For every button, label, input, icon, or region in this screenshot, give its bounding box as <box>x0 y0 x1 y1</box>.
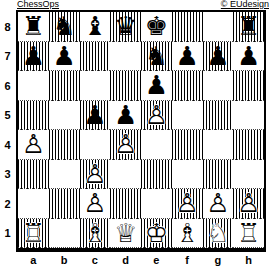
black-piece-glyph: ♟ <box>172 42 203 71</box>
rank-labels: 87654321 <box>0 12 15 248</box>
piece-black-knight[interactable]: ♞ <box>49 12 80 41</box>
rank-label-7: 7 <box>0 42 15 72</box>
white-piece-outline: ♙ <box>141 101 172 130</box>
square-a5[interactable] <box>18 101 49 131</box>
square-g5[interactable] <box>203 101 234 131</box>
square-c3[interactable]: ♟♙ <box>80 160 111 190</box>
black-piece-glyph: ♟ <box>80 101 111 130</box>
square-e6[interactable]: ♟ <box>141 71 172 101</box>
piece-white-rook[interactable]: ♜♖ <box>233 219 264 248</box>
white-piece-outline: ♗ <box>80 219 111 248</box>
square-f2[interactable]: ♟♙ <box>172 189 203 219</box>
file-label-e: e <box>141 252 172 268</box>
piece-black-pawn[interactable]: ♟ <box>18 42 49 71</box>
square-d8[interactable]: ♛ <box>110 12 141 42</box>
square-b7[interactable]: ♟ <box>49 42 80 72</box>
white-piece-outline: ♗ <box>172 219 203 248</box>
white-piece-outline: ♙ <box>80 189 111 218</box>
black-piece-glyph: ♜ <box>233 12 264 41</box>
square-h3[interactable] <box>233 160 264 190</box>
square-e5[interactable]: ♟♙ <box>141 101 172 131</box>
square-e2[interactable] <box>141 189 172 219</box>
piece-white-rook[interactable]: ♜♖ <box>18 219 49 248</box>
white-piece-outline: ♙ <box>80 160 111 189</box>
square-a4[interactable]: ♟♙ <box>18 130 49 160</box>
piece-black-pawn[interactable]: ♟ <box>141 71 172 100</box>
square-h2[interactable]: ♟♙ <box>233 189 264 219</box>
white-piece-outline: ♙ <box>172 189 203 218</box>
square-d5[interactable]: ♟ <box>110 101 141 131</box>
piece-white-bishop[interactable]: ♝♗ <box>172 219 203 248</box>
piece-black-pawn[interactable]: ♟ <box>49 42 80 71</box>
file-labels: abcdefgh <box>18 252 264 268</box>
piece-black-king[interactable]: ♚ <box>141 12 172 41</box>
square-g3[interactable] <box>203 160 234 190</box>
piece-white-pawn[interactable]: ♟♙ <box>80 189 111 218</box>
black-piece-glyph: ♞ <box>141 42 172 71</box>
square-e1[interactable]: ♚♔ <box>141 219 172 249</box>
square-b8[interactable]: ♞ <box>49 12 80 42</box>
square-b5[interactable] <box>49 101 80 131</box>
square-b6[interactable] <box>49 71 80 101</box>
file-label-c: c <box>80 252 111 268</box>
square-e8[interactable]: ♚ <box>141 12 172 42</box>
square-h8[interactable]: ♜ <box>233 12 264 42</box>
square-c4[interactable] <box>80 130 111 160</box>
white-piece-outline: ♙ <box>203 189 234 218</box>
credit-text: © EUdesign <box>221 0 269 9</box>
piece-black-rook[interactable]: ♜ <box>233 12 264 41</box>
piece-white-pawn[interactable]: ♟♙ <box>172 189 203 218</box>
square-c6[interactable] <box>80 71 111 101</box>
square-a6[interactable] <box>18 71 49 101</box>
square-a7[interactable]: ♟ <box>18 42 49 72</box>
square-h1[interactable]: ♜♖ <box>233 219 264 249</box>
piece-white-knight[interactable]: ♞♘ <box>203 219 234 248</box>
square-a3[interactable] <box>18 160 49 190</box>
square-h6[interactable] <box>233 71 264 101</box>
piece-black-pawn[interactable]: ♟ <box>172 42 203 71</box>
piece-white-pawn[interactable]: ♟♙ <box>18 130 49 159</box>
square-f6[interactable] <box>172 71 203 101</box>
square-e4[interactable] <box>141 130 172 160</box>
file-label-h: h <box>233 252 264 268</box>
square-d1[interactable]: ♛♕ <box>110 219 141 249</box>
piece-black-pawn[interactable]: ♟ <box>203 42 234 71</box>
square-f1[interactable]: ♝♗ <box>172 219 203 249</box>
piece-black-pawn[interactable]: ♟ <box>110 101 141 130</box>
piece-black-bishop[interactable]: ♝ <box>80 12 111 41</box>
piece-white-pawn[interactable]: ♟♙ <box>80 160 111 189</box>
square-c2[interactable]: ♟♙ <box>80 189 111 219</box>
file-label-d: d <box>110 252 141 268</box>
square-h5[interactable] <box>233 101 264 131</box>
square-a8[interactable]: ♜ <box>18 12 49 42</box>
square-c5[interactable]: ♟ <box>80 101 111 131</box>
piece-black-pawn[interactable]: ♟ <box>233 42 264 71</box>
piece-white-bishop[interactable]: ♝♗ <box>80 219 111 248</box>
square-b4[interactable] <box>49 130 80 160</box>
piece-white-pawn[interactable]: ♟♙ <box>141 101 172 130</box>
black-piece-glyph: ♞ <box>49 12 80 41</box>
square-g1[interactable]: ♞♘ <box>203 219 234 249</box>
rank-label-4: 4 <box>0 130 15 160</box>
piece-white-pawn[interactable]: ♟♙ <box>203 189 234 218</box>
square-e3[interactable] <box>141 160 172 190</box>
square-f8[interactable] <box>172 12 203 42</box>
square-d3[interactable] <box>110 160 141 190</box>
black-piece-glyph: ♟ <box>141 71 172 100</box>
square-c7[interactable] <box>80 42 111 72</box>
file-label-f: f <box>172 252 203 268</box>
piece-white-pawn[interactable]: ♟♙ <box>110 130 141 159</box>
square-g8[interactable] <box>203 12 234 42</box>
white-piece-outline: ♘ <box>203 219 234 248</box>
square-f4[interactable] <box>172 130 203 160</box>
rank-label-5: 5 <box>0 101 15 131</box>
white-piece-outline: ♖ <box>18 219 49 248</box>
file-label-g: g <box>203 252 234 268</box>
square-f7[interactable]: ♟ <box>172 42 203 72</box>
square-a2[interactable] <box>18 189 49 219</box>
rank-label-8: 8 <box>0 12 15 42</box>
piece-white-pawn[interactable]: ♟♙ <box>233 189 264 218</box>
square-h4[interactable] <box>233 130 264 160</box>
black-piece-glyph: ♛ <box>110 12 141 41</box>
rank-label-6: 6 <box>0 71 15 101</box>
file-label-a: a <box>18 252 49 268</box>
square-d7[interactable] <box>110 42 141 72</box>
square-g6[interactable] <box>203 71 234 101</box>
file-label-b: b <box>49 252 80 268</box>
black-piece-glyph: ♜ <box>18 12 49 41</box>
square-b3[interactable] <box>49 160 80 190</box>
square-c8[interactable]: ♝ <box>80 12 111 42</box>
white-piece-outline: ♙ <box>110 130 141 159</box>
white-piece-outline: ♖ <box>233 219 264 248</box>
app-title: ChessOps <box>17 0 59 9</box>
rank-label-1: 1 <box>0 219 15 249</box>
square-d2[interactable] <box>110 189 141 219</box>
black-piece-glyph: ♝ <box>80 12 111 41</box>
white-piece-outline: ♙ <box>18 130 49 159</box>
white-piece-outline: ♔ <box>141 219 172 248</box>
square-f5[interactable] <box>172 101 203 131</box>
piece-black-knight[interactable]: ♞ <box>141 42 172 71</box>
piece-white-king[interactable]: ♚♔ <box>141 219 172 248</box>
black-piece-glyph: ♟ <box>203 42 234 71</box>
black-piece-glyph: ♟ <box>18 42 49 71</box>
square-g2[interactable]: ♟♙ <box>203 189 234 219</box>
square-c1[interactable]: ♝♗ <box>80 219 111 249</box>
square-f3[interactable] <box>172 160 203 190</box>
square-b1[interactable] <box>49 219 80 249</box>
piece-black-rook[interactable]: ♜ <box>18 12 49 41</box>
white-piece-outline: ♕ <box>110 219 141 248</box>
square-b2[interactable] <box>49 189 80 219</box>
piece-black-pawn[interactable]: ♟ <box>80 101 111 130</box>
piece-white-queen[interactable]: ♛♕ <box>110 219 141 248</box>
rank-label-2: 2 <box>0 189 15 219</box>
chess-board: ♜♞♝♛♚♜♟♟♞♟♟♟♟♟♟♟♙♟♙♟♙♟♙♟♙♟♙♟♙♟♙♜♖♝♗♛♕♚♔♝… <box>16 10 266 252</box>
white-piece-outline: ♙ <box>233 189 264 218</box>
black-piece-glyph: ♟ <box>233 42 264 71</box>
rank-label-3: 3 <box>0 160 15 190</box>
piece-black-queen[interactable]: ♛ <box>110 12 141 41</box>
square-g7[interactable]: ♟ <box>203 42 234 72</box>
square-h7[interactable]: ♟ <box>233 42 264 72</box>
square-g4[interactable] <box>203 130 234 160</box>
square-a1[interactable]: ♜♖ <box>18 219 49 249</box>
black-piece-glyph: ♟ <box>49 42 80 71</box>
square-d6[interactable] <box>110 71 141 101</box>
black-piece-glyph: ♟ <box>110 101 141 130</box>
header: ChessOps © EUdesign <box>0 0 270 10</box>
square-d4[interactable]: ♟♙ <box>110 130 141 160</box>
square-e7[interactable]: ♞ <box>141 42 172 72</box>
black-piece-glyph: ♚ <box>141 12 172 41</box>
